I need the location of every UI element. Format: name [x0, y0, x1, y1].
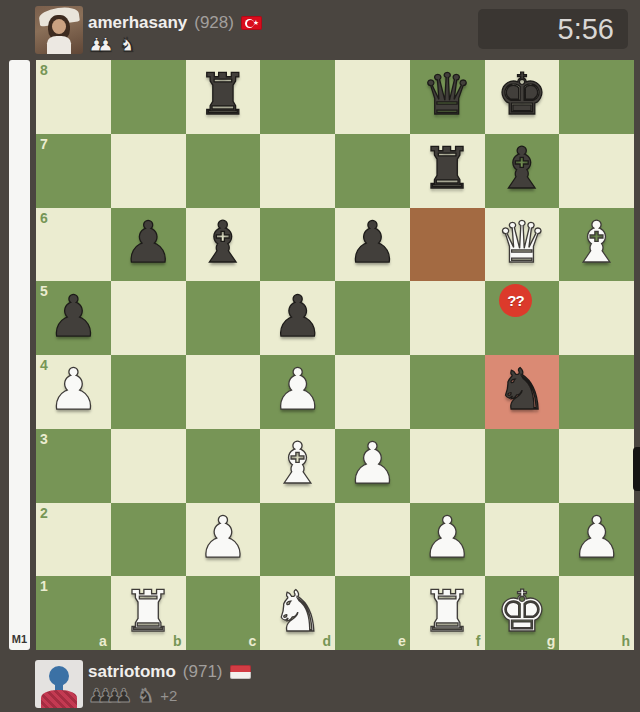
file-label-f: f	[476, 633, 481, 649]
square-f8[interactable]: ♛	[410, 60, 485, 134]
rank-label-7: 7	[40, 136, 48, 152]
black-pawn[interactable]: ♟	[123, 214, 174, 271]
square-b2[interactable]	[111, 503, 186, 577]
square-f1[interactable]: f♜	[410, 576, 485, 650]
square-g4[interactable]: ♞	[485, 355, 560, 429]
square-c4[interactable]	[186, 355, 261, 429]
square-a1[interactable]: 1a	[36, 576, 111, 650]
file-label-h: h	[621, 633, 630, 649]
square-h8[interactable]	[559, 60, 634, 134]
square-a3[interactable]: 3	[36, 429, 111, 503]
rank-label-3: 3	[40, 431, 48, 447]
square-c6[interactable]: ♝	[186, 208, 261, 282]
square-d4[interactable]: ♟	[260, 355, 335, 429]
square-e1[interactable]: e	[335, 576, 410, 650]
flag-star: ★	[253, 17, 259, 29]
file-label-d: d	[322, 633, 331, 649]
square-b8[interactable]	[111, 60, 186, 134]
blunder-badge: ??	[499, 284, 532, 317]
square-d6[interactable]	[260, 208, 335, 282]
white-knight[interactable]: ♞	[272, 583, 323, 640]
square-d8[interactable]	[260, 60, 335, 134]
square-f5[interactable]	[410, 281, 485, 355]
evaluation-label: M1	[12, 633, 27, 645]
black-bishop[interactable]: ♝	[197, 214, 248, 271]
white-rook[interactable]: ♜	[123, 583, 174, 640]
top-player-name: amerhasany	[88, 13, 187, 33]
square-h4[interactable]	[559, 355, 634, 429]
bottom-player-name: satriotomo	[88, 662, 176, 682]
square-b3[interactable]	[111, 429, 186, 503]
white-king[interactable]: ♚	[496, 583, 547, 640]
top-player-bar[interactable]: amerhasany (928) ★ ♟♟♞ 5:56	[0, 0, 640, 60]
square-e4[interactable]	[335, 355, 410, 429]
black-rook[interactable]: ♜	[422, 140, 473, 197]
white-pawn[interactable]: ♟	[422, 509, 473, 566]
rank-label-4: 4	[40, 357, 48, 373]
avatar-head	[49, 666, 69, 686]
file-label-e: e	[398, 633, 406, 649]
rank-label-5: 5	[40, 283, 48, 299]
evaluation-bar: M1	[9, 60, 30, 650]
square-h5[interactable]	[559, 281, 634, 355]
white-pawn[interactable]: ♟	[571, 509, 622, 566]
square-a2[interactable]: 2	[36, 503, 111, 577]
indonesia-flag-icon	[230, 665, 251, 679]
square-f3[interactable]	[410, 429, 485, 503]
square-e6[interactable]: ♟	[335, 208, 410, 282]
white-queen[interactable]: ♛	[496, 214, 547, 271]
square-c3[interactable]	[186, 429, 261, 503]
top-player-avatar[interactable]	[35, 6, 83, 54]
square-g8[interactable]: ♚	[485, 60, 560, 134]
square-d7[interactable]	[260, 134, 335, 208]
square-g3[interactable]	[485, 429, 560, 503]
square-a8[interactable]: 8	[36, 60, 111, 134]
edge-panel-handle[interactable]	[633, 447, 640, 491]
square-a5[interactable]: 5♟	[36, 281, 111, 355]
square-c8[interactable]: ♜	[186, 60, 261, 134]
square-h6[interactable]: ♝	[559, 208, 634, 282]
black-bishop[interactable]: ♝	[496, 140, 547, 197]
material-advantage: +2	[160, 687, 177, 704]
turkey-flag-icon: ★	[241, 16, 262, 30]
white-rook[interactable]: ♜	[422, 583, 473, 640]
white-pawn[interactable]: ♟	[197, 509, 248, 566]
square-f2[interactable]: ♟	[410, 503, 485, 577]
square-f6[interactable]	[410, 208, 485, 282]
square-b7[interactable]	[111, 134, 186, 208]
square-f7[interactable]: ♜	[410, 134, 485, 208]
avatar-shirt	[41, 690, 77, 708]
file-label-g: g	[547, 633, 556, 649]
black-pawn[interactable]: ♟	[347, 214, 398, 271]
captured-white-pawn-icon: ♟	[97, 34, 114, 54]
avatar-face	[52, 19, 66, 34]
captured-black-pawn-icon: ♟	[115, 685, 132, 705]
rank-label-8: 8	[40, 62, 48, 78]
square-h3[interactable]	[559, 429, 634, 503]
rank-label-1: 1	[40, 578, 48, 594]
square-f4[interactable]	[410, 355, 485, 429]
square-c2[interactable]: ♟	[186, 503, 261, 577]
top-player-rating: (928)	[194, 13, 234, 33]
square-e3[interactable]: ♟	[335, 429, 410, 503]
bottom-captured-pieces: ♟♟♟♟♞+2	[88, 685, 177, 705]
square-b6[interactable]: ♟	[111, 208, 186, 282]
rank-label-2: 2	[40, 505, 48, 521]
white-pawn[interactable]: ♟	[272, 361, 323, 418]
file-label-c: c	[248, 633, 256, 649]
black-pawn[interactable]: ♟	[272, 288, 323, 345]
square-b1[interactable]: b♜	[111, 576, 186, 650]
square-h7[interactable]	[559, 134, 634, 208]
avatar-dress	[47, 36, 71, 54]
black-king[interactable]: ♚	[496, 66, 547, 123]
square-h2[interactable]: ♟	[559, 503, 634, 577]
black-queen[interactable]: ♛	[422, 66, 473, 123]
square-a6[interactable]: 6	[36, 208, 111, 282]
top-player-clock: 5:56	[478, 9, 628, 49]
black-pawn[interactable]: ♟	[48, 288, 99, 345]
square-c5[interactable]	[186, 281, 261, 355]
square-b4[interactable]	[111, 355, 186, 429]
chess-board: 8♜♛♚7♜♝6♟♝♟♛♝5♟♟4♟♟♞3♝♟2♟♟♟1ab♜cd♞ef♜g♚h	[36, 60, 634, 650]
square-e8[interactable]	[335, 60, 410, 134]
white-pawn[interactable]: ♟	[48, 361, 99, 418]
top-clock-time: 5:56	[558, 13, 628, 46]
black-knight[interactable]: ♞	[496, 361, 547, 418]
square-c7[interactable]	[186, 134, 261, 208]
file-label-b: b	[173, 633, 182, 649]
square-d5[interactable]: ♟	[260, 281, 335, 355]
square-b5[interactable]	[111, 281, 186, 355]
square-d1[interactable]: d♞	[260, 576, 335, 650]
rank-label-6: 6	[40, 210, 48, 226]
square-g1[interactable]: g♚	[485, 576, 560, 650]
bottom-player-rating: (971)	[183, 662, 223, 682]
file-label-a: a	[99, 633, 107, 649]
square-e2[interactable]	[335, 503, 410, 577]
square-d3[interactable]: ♝	[260, 429, 335, 503]
square-g7[interactable]: ♝	[485, 134, 560, 208]
square-e5[interactable]	[335, 281, 410, 355]
square-d2[interactable]	[260, 503, 335, 577]
top-captured-pieces: ♟♟♞	[88, 34, 136, 54]
game-screen: amerhasany (928) ★ ♟♟♞ 5:56 M1 8♜♛♚7♜♝6♟…	[0, 0, 640, 712]
square-h1[interactable]: h	[559, 576, 634, 650]
bottom-player-bar[interactable]: satriotomo (971) ♟♟♟♟♞+2 6:16	[0, 650, 640, 712]
square-e7[interactable]	[335, 134, 410, 208]
white-bishop[interactable]: ♝	[571, 214, 622, 271]
black-rook[interactable]: ♜	[197, 66, 248, 123]
white-bishop[interactable]: ♝	[272, 435, 323, 492]
captured-white-knight-icon: ♞	[119, 34, 136, 54]
captured-black-knight-icon: ♞	[137, 685, 154, 705]
square-c1[interactable]: c	[186, 576, 261, 650]
square-a4[interactable]: 4♟	[36, 355, 111, 429]
square-g2[interactable]	[485, 503, 560, 577]
square-g6[interactable]: ♛	[485, 208, 560, 282]
square-a7[interactable]: 7	[36, 134, 111, 208]
white-pawn[interactable]: ♟	[347, 435, 398, 492]
bottom-player-avatar[interactable]	[35, 660, 83, 708]
